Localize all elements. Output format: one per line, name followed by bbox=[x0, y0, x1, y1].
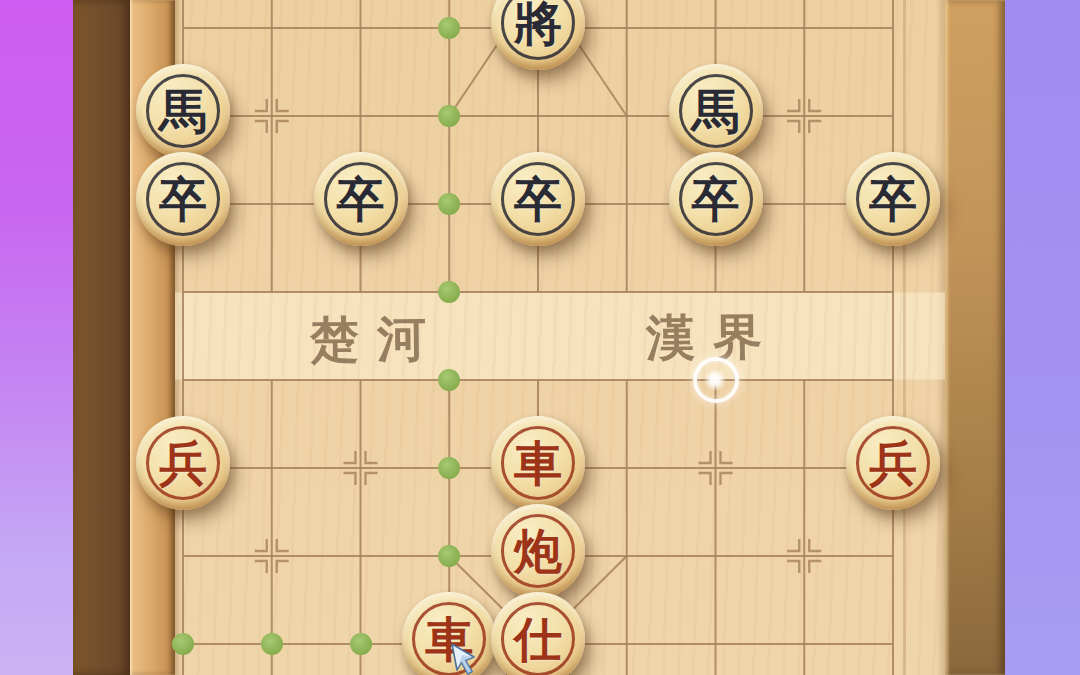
board-frame-right-plank bbox=[945, 0, 1005, 675]
wood-seam bbox=[903, 0, 906, 675]
river-label-han-jie: 漢界 bbox=[646, 304, 781, 371]
background-band-left bbox=[0, 0, 73, 675]
board-frame-left-plank bbox=[130, 0, 175, 675]
mouse-cursor-icon bbox=[448, 644, 476, 675]
xiangqi-board[interactable] bbox=[175, 0, 945, 675]
board-frame-left-dark bbox=[73, 0, 130, 675]
river-label-chu-he: 楚河 bbox=[310, 306, 445, 373]
xiangqi-game-scene: 楚河 漢界 將馬馬卒卒卒卒卒兵車兵炮車仕 bbox=[0, 0, 1080, 675]
background-band-right bbox=[1005, 0, 1080, 675]
